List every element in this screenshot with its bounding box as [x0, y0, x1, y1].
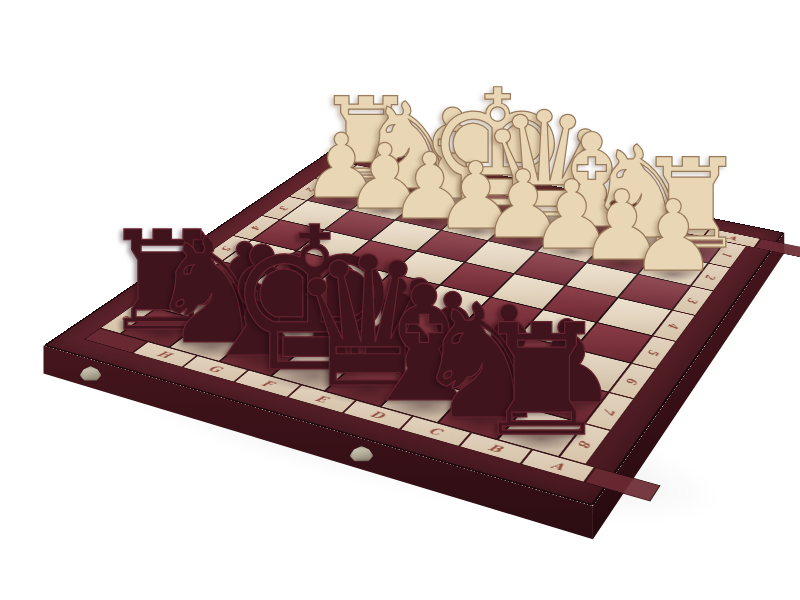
chess-set-photo: HGFEDCBA HGFEDCBA 12345678 12345678 ♜♞♟♝… — [0, 0, 800, 600]
